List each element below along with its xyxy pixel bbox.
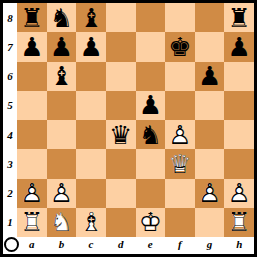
file-label-g: g	[195, 237, 225, 254]
file-label-d: d	[106, 237, 136, 254]
square-g5[interactable]	[195, 91, 225, 120]
file-labels: abcdefgh	[17, 237, 254, 254]
square-c8[interactable]: ♝	[76, 3, 106, 32]
square-c1[interactable]: ♝♗	[76, 208, 106, 237]
square-c3[interactable]	[76, 149, 106, 178]
square-d6[interactable]	[106, 62, 136, 91]
square-a3[interactable]	[17, 149, 47, 178]
square-e6[interactable]	[136, 62, 166, 91]
piece-white-pawn: ♟♙	[228, 180, 251, 206]
piece-white-pawn: ♟♙	[50, 180, 73, 206]
square-b3[interactable]	[47, 149, 77, 178]
piece-black-knight: ♞	[139, 122, 162, 148]
piece-black-pawn: ♟	[20, 34, 43, 60]
square-h1[interactable]: ♜♖	[224, 208, 254, 237]
white-to-move-indicator	[4, 237, 19, 252]
piece-white-pawn: ♟♙	[198, 180, 221, 206]
square-e5[interactable]: ♟	[136, 91, 166, 120]
square-b6[interactable]: ♝	[47, 62, 77, 91]
piece-white-rook: ♜♖	[20, 209, 43, 235]
file-label-h: h	[224, 237, 254, 254]
piece-white-king: ♚♔	[139, 209, 162, 235]
square-h6[interactable]	[224, 62, 254, 91]
square-a7[interactable]: ♟	[17, 32, 47, 61]
square-h3[interactable]	[224, 149, 254, 178]
piece-black-rook: ♜	[20, 5, 43, 31]
square-d8[interactable]	[106, 3, 136, 32]
square-g3[interactable]	[195, 149, 225, 178]
square-e1[interactable]: ♚♔	[136, 208, 166, 237]
square-h2[interactable]: ♟♙	[224, 179, 254, 208]
square-e4[interactable]: ♞	[136, 120, 166, 149]
file-label-row: abcdefgh	[3, 237, 254, 254]
square-a4[interactable]	[17, 120, 47, 149]
square-g7[interactable]	[195, 32, 225, 61]
piece-white-knight: ♞♘	[50, 209, 73, 235]
square-h5[interactable]	[224, 91, 254, 120]
corner-cell	[3, 237, 17, 254]
piece-black-pawn: ♟	[198, 63, 221, 89]
square-f3[interactable]: ♛♕	[165, 149, 195, 178]
piece-black-bishop: ♝	[50, 63, 73, 89]
square-a5[interactable]	[17, 91, 47, 120]
file-label-f: f	[165, 237, 195, 254]
square-f4[interactable]: ♟♙	[165, 120, 195, 149]
square-a6[interactable]	[17, 62, 47, 91]
square-d4[interactable]: ♛	[106, 120, 136, 149]
file-label-e: e	[136, 237, 166, 254]
square-d2[interactable]	[106, 179, 136, 208]
square-b1[interactable]: ♞♘	[47, 208, 77, 237]
rank-label-8: 8	[3, 3, 17, 32]
square-f2[interactable]	[165, 179, 195, 208]
piece-black-pawn: ♟	[79, 34, 102, 60]
board-area: 87654321 ♜♞♝♜♟♟♟♚♟♝♟♟♛♞♟♙♛♕♟♙♟♙♟♙♟♙♜♖♞♘♝…	[3, 3, 254, 237]
rank-label-7: 7	[3, 32, 17, 61]
piece-black-pawn: ♟	[50, 34, 73, 60]
square-g8[interactable]	[195, 3, 225, 32]
square-g4[interactable]	[195, 120, 225, 149]
rank-label-6: 6	[3, 62, 17, 91]
file-label-b: b	[47, 237, 77, 254]
piece-white-pawn: ♟♙	[20, 180, 43, 206]
square-c4[interactable]	[76, 120, 106, 149]
square-f5[interactable]	[165, 91, 195, 120]
square-e3[interactable]	[136, 149, 166, 178]
piece-black-pawn: ♟	[139, 92, 162, 118]
square-e2[interactable]	[136, 179, 166, 208]
piece-black-king: ♚	[168, 34, 191, 60]
square-c7[interactable]: ♟	[76, 32, 106, 61]
piece-white-bishop: ♝♗	[79, 209, 102, 235]
square-b2[interactable]: ♟♙	[47, 179, 77, 208]
square-h4[interactable]	[224, 120, 254, 149]
square-b4[interactable]	[47, 120, 77, 149]
square-c6[interactable]	[76, 62, 106, 91]
piece-white-queen: ♛♕	[168, 151, 191, 177]
square-g2[interactable]: ♟♙	[195, 179, 225, 208]
square-a1[interactable]: ♜♖	[17, 208, 47, 237]
square-h7[interactable]: ♟	[224, 32, 254, 61]
chess-diagram: 87654321 ♜♞♝♜♟♟♟♚♟♝♟♟♛♞♟♙♛♕♟♙♟♙♟♙♟♙♜♖♞♘♝…	[0, 0, 257, 257]
square-d1[interactable]	[106, 208, 136, 237]
piece-white-pawn: ♟♙	[168, 122, 191, 148]
square-c2[interactable]	[76, 179, 106, 208]
square-f6[interactable]	[165, 62, 195, 91]
square-d7[interactable]	[106, 32, 136, 61]
square-b8[interactable]: ♞	[47, 3, 77, 32]
piece-white-rook: ♜♖	[228, 209, 251, 235]
square-c5[interactable]	[76, 91, 106, 120]
rank-label-5: 5	[3, 91, 17, 120]
rank-labels: 87654321	[3, 3, 17, 237]
square-g6[interactable]: ♟	[195, 62, 225, 91]
rank-label-1: 1	[3, 208, 17, 237]
square-f7[interactable]: ♚	[165, 32, 195, 61]
square-f1[interactable]	[165, 208, 195, 237]
square-h8[interactable]: ♜	[224, 3, 254, 32]
rank-label-3: 3	[3, 149, 17, 178]
chess-board: ♜♞♝♜♟♟♟♚♟♝♟♟♛♞♟♙♛♕♟♙♟♙♟♙♟♙♜♖♞♘♝♗♚♔♜♖	[17, 3, 254, 237]
piece-black-queen: ♛	[109, 122, 132, 148]
square-e7[interactable]	[136, 32, 166, 61]
rank-label-4: 4	[3, 120, 17, 149]
file-label-c: c	[76, 237, 106, 254]
square-g1[interactable]	[195, 208, 225, 237]
piece-black-bishop: ♝	[79, 5, 102, 31]
square-a8[interactable]: ♜	[17, 3, 47, 32]
piece-black-rook: ♜	[228, 5, 251, 31]
square-d5[interactable]	[106, 91, 136, 120]
square-b7[interactable]: ♟	[47, 32, 77, 61]
file-label-a: a	[17, 237, 47, 254]
piece-black-knight: ♞	[50, 5, 73, 31]
piece-black-pawn: ♟	[228, 34, 251, 60]
square-e8[interactable]	[136, 3, 166, 32]
square-f8[interactable]	[165, 3, 195, 32]
square-b5[interactable]	[47, 91, 77, 120]
rank-label-2: 2	[3, 179, 17, 208]
square-d3[interactable]	[106, 149, 136, 178]
square-a2[interactable]: ♟♙	[17, 179, 47, 208]
